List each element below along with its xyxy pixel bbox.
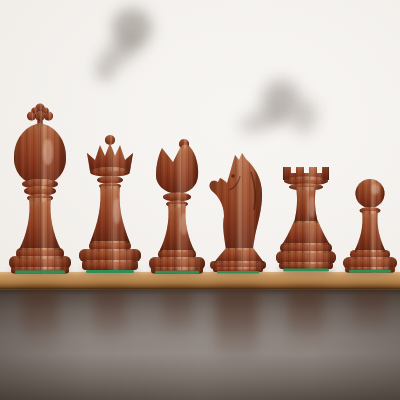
bishop-figure xyxy=(146,136,208,274)
reflection-king xyxy=(22,289,58,357)
pawn-figure xyxy=(341,178,399,274)
wall-shadow-knight-tail xyxy=(236,105,285,136)
chess-set-photo-scene: King Queen xyxy=(0,0,400,400)
display-shelf xyxy=(0,272,400,290)
chess-piece-rook[interactable]: Rook xyxy=(274,165,338,274)
glossy-table-surface xyxy=(0,290,400,400)
reflection-queen xyxy=(94,289,126,351)
chess-piece-queen[interactable]: Queen xyxy=(77,133,143,274)
king-figure xyxy=(5,102,75,274)
chess-piece-king[interactable]: King xyxy=(5,102,75,274)
reflection-knight xyxy=(216,289,258,371)
rook-figure xyxy=(274,165,338,274)
knight-figure xyxy=(207,152,269,274)
queen-figure xyxy=(77,133,143,274)
wall-shadow-king-wisp xyxy=(96,66,114,80)
reflection-pawn xyxy=(353,289,387,341)
reflection-rook xyxy=(288,289,324,355)
reflection-bishop xyxy=(162,289,192,345)
chess-piece-pawn[interactable]: Pawn xyxy=(341,178,399,274)
chess-piece-bishop[interactable]: Bishop xyxy=(146,136,208,274)
chess-piece-knight[interactable]: Knight xyxy=(207,152,269,274)
